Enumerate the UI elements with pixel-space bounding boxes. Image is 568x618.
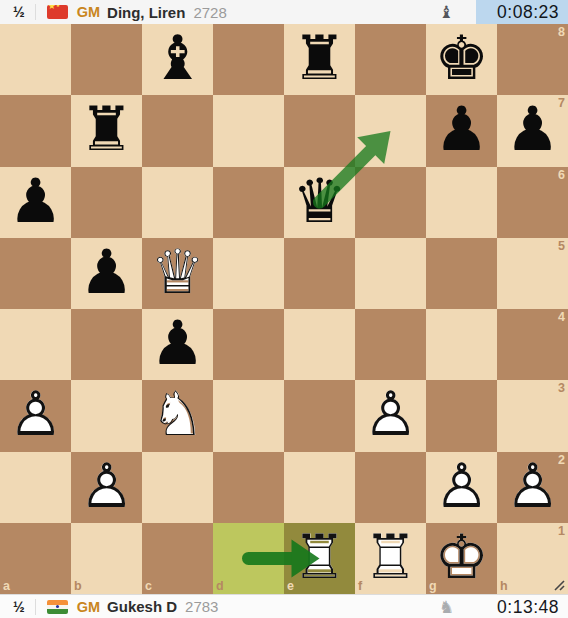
piece-white-pawn-b2[interactable]: ♟♙ <box>71 452 142 523</box>
square-e4[interactable] <box>284 309 355 380</box>
square-e1[interactable]: e♜♖ <box>284 523 355 594</box>
chess-board: ♝♜♚8♜♟7♟♟♛6♟♛♕5♟4♟♙♞♘♟♙3♟♙♟♙2♟♙abcde♜♖f♜… <box>0 24 568 594</box>
piece-body: ♜ <box>284 22 355 93</box>
square-c1[interactable]: c <box>142 523 213 594</box>
piece-white-pawn-g2[interactable]: ♟♙ <box>426 452 497 523</box>
top-player-clock: 0:08:23 <box>476 0 568 24</box>
file-label-h: h <box>500 580 508 593</box>
file-label-a: a <box>3 580 10 593</box>
score-separator <box>35 599 36 615</box>
piece-white-pawn-h2[interactable]: ♟♙ <box>497 452 568 523</box>
bottom-player-bar: ½ GM Gukesh D 2783 ♞ 0:13:48 <box>0 594 568 618</box>
piece-outline: ♔ <box>426 521 497 592</box>
square-e8[interactable]: ♜ <box>284 24 355 95</box>
square-e7[interactable] <box>284 95 355 166</box>
piece-body: ♝ <box>142 22 213 93</box>
piece-black-bishop-c8[interactable]: ♝ <box>142 24 213 95</box>
flag-star: ★ <box>48 5 56 11</box>
piece-white-king-g1[interactable]: ♚♔ <box>426 523 497 594</box>
piece-outline: ♕ <box>142 236 213 307</box>
piece-black-pawn-c4[interactable]: ♟ <box>142 309 213 380</box>
piece-outline: ♙ <box>71 450 142 521</box>
bottom-player-clock: 0:13:48 <box>476 595 568 618</box>
piece-body: ♛ <box>284 165 355 236</box>
piece-outline: ♖ <box>284 521 355 592</box>
square-b8[interactable] <box>71 24 142 95</box>
piece-outline: ♙ <box>355 378 426 449</box>
rank-label-8: 8 <box>558 26 565 39</box>
piece-black-pawn-h7[interactable]: ♟ <box>497 95 568 166</box>
square-b5[interactable]: ♟ <box>71 238 142 309</box>
piece-black-pawn-a6[interactable]: ♟ <box>0 167 71 238</box>
square-b2[interactable]: ♟♙ <box>71 452 142 523</box>
top-player-bar: ½ ★★ GM Ding, Liren 2728 ♝ 0:08:23 <box>0 0 568 24</box>
top-player-rating: 2728 <box>193 4 226 21</box>
bottom-player-name: Gukesh D <box>107 598 177 615</box>
piece-black-queen-e6[interactable]: ♛ <box>284 167 355 238</box>
square-a8[interactable] <box>0 24 71 95</box>
file-label-b: b <box>74 580 82 593</box>
square-f5[interactable] <box>355 238 426 309</box>
square-f1[interactable]: f♜♖ <box>355 523 426 594</box>
bishop-icon: ♝ <box>439 0 454 24</box>
piece-black-rook-e8[interactable]: ♜ <box>284 24 355 95</box>
top-player-score: ½ <box>0 4 35 20</box>
file-label-d: d <box>216 580 224 593</box>
square-g4[interactable] <box>426 309 497 380</box>
rank-label-1: 1 <box>558 525 565 538</box>
square-e2[interactable] <box>284 452 355 523</box>
square-d6[interactable] <box>213 167 284 238</box>
piece-black-pawn-g7[interactable]: ♟ <box>426 95 497 166</box>
piece-black-king-g8[interactable]: ♚ <box>426 24 497 95</box>
piece-body: ♟ <box>0 165 71 236</box>
square-b6[interactable] <box>71 167 142 238</box>
rank-label-3: 3 <box>558 382 565 395</box>
square-d8[interactable] <box>213 24 284 95</box>
square-c2[interactable] <box>142 452 213 523</box>
piece-black-rook-b7[interactable]: ♜ <box>71 95 142 166</box>
square-c6[interactable] <box>142 167 213 238</box>
square-b1[interactable]: b <box>71 523 142 594</box>
square-b7[interactable]: ♜ <box>71 95 142 166</box>
knight-icon: ♞ <box>439 595 454 618</box>
square-g1[interactable]: g♚♔ <box>426 523 497 594</box>
top-player-title: GM <box>77 4 100 20</box>
square-g2[interactable]: ♟♙ <box>426 452 497 523</box>
piece-white-knight-c3[interactable]: ♞♘ <box>142 380 213 451</box>
square-d3[interactable] <box>213 380 284 451</box>
piece-body: ♟ <box>426 93 497 164</box>
square-a1[interactable]: a <box>0 523 71 594</box>
piece-white-queen-c5[interactable]: ♛♕ <box>142 238 213 309</box>
china-flag-icon: ★★ <box>47 5 68 19</box>
flag-chakra <box>56 605 59 608</box>
square-g5[interactable] <box>426 238 497 309</box>
piece-outline: ♙ <box>426 450 497 521</box>
square-c8[interactable]: ♝ <box>142 24 213 95</box>
square-h6[interactable]: 6 <box>497 167 568 238</box>
chess-broadcast-widget: ½ ★★ GM Ding, Liren 2728 ♝ 0:08:23 ♝♜♚8♜… <box>0 0 568 618</box>
piece-white-rook-e1[interactable]: ♜♖ <box>284 523 355 594</box>
square-d7[interactable] <box>213 95 284 166</box>
square-c3[interactable]: ♞♘ <box>142 380 213 451</box>
square-g6[interactable] <box>426 167 497 238</box>
square-d2[interactable] <box>213 452 284 523</box>
square-h4[interactable]: 4 <box>497 309 568 380</box>
piece-outline: ♙ <box>0 378 71 449</box>
square-f2[interactable] <box>355 452 426 523</box>
square-a2[interactable] <box>0 452 71 523</box>
square-h3[interactable]: 3 <box>497 380 568 451</box>
square-a4[interactable] <box>0 309 71 380</box>
square-e5[interactable] <box>284 238 355 309</box>
square-g8[interactable]: ♚ <box>426 24 497 95</box>
square-a5[interactable] <box>0 238 71 309</box>
square-f7[interactable] <box>355 95 426 166</box>
rank-label-5: 5 <box>558 240 565 253</box>
score-separator <box>35 4 36 20</box>
piece-body: ♜ <box>71 93 142 164</box>
square-c7[interactable] <box>142 95 213 166</box>
square-f8[interactable] <box>355 24 426 95</box>
square-d4[interactable] <box>213 309 284 380</box>
square-b4[interactable] <box>71 309 142 380</box>
board-grid: ♝♜♚8♜♟7♟♟♛6♟♛♕5♟4♟♙♞♘♟♙3♟♙♟♙2♟♙abcde♜♖f♜… <box>0 24 568 594</box>
india-flag-icon <box>47 600 68 614</box>
square-c5[interactable]: ♛♕ <box>142 238 213 309</box>
bottom-player-title: GM <box>77 599 100 615</box>
square-g3[interactable] <box>426 380 497 451</box>
square-a6[interactable]: ♟ <box>0 167 71 238</box>
piece-white-pawn-a3[interactable]: ♟♙ <box>0 380 71 451</box>
square-h2[interactable]: 2♟♙ <box>497 452 568 523</box>
piece-black-pawn-b5[interactable]: ♟ <box>71 238 142 309</box>
resize-handle[interactable] <box>552 578 566 592</box>
piece-body: ♟ <box>71 236 142 307</box>
square-a3[interactable]: ♟♙ <box>0 380 71 451</box>
piece-outline: ♘ <box>142 378 213 449</box>
piece-body: ♟ <box>497 93 568 164</box>
bottom-player-score: ½ <box>0 599 35 615</box>
bottom-player-rating: 2783 <box>185 598 218 615</box>
square-d1[interactable]: d <box>213 523 284 594</box>
piece-white-rook-f1[interactable]: ♜♖ <box>355 523 426 594</box>
square-e3[interactable] <box>284 380 355 451</box>
top-player-name: Ding, Liren <box>107 4 185 21</box>
piece-outline: ♙ <box>497 450 568 521</box>
rank-label-4: 4 <box>558 311 565 324</box>
square-f6[interactable] <box>355 167 426 238</box>
square-h5[interactable]: 5 <box>497 238 568 309</box>
piece-body: ♟ <box>142 307 213 378</box>
square-b3[interactable] <box>71 380 142 451</box>
flag-small-star: ★ <box>56 5 60 8</box>
square-a7[interactable] <box>0 95 71 166</box>
square-f4[interactable] <box>355 309 426 380</box>
piece-body: ♚ <box>426 22 497 93</box>
square-e6[interactable]: ♛ <box>284 167 355 238</box>
file-label-c: c <box>145 580 152 593</box>
square-c4[interactable]: ♟ <box>142 309 213 380</box>
square-f3[interactable]: ♟♙ <box>355 380 426 451</box>
square-g7[interactable]: ♟ <box>426 95 497 166</box>
piece-outline: ♖ <box>355 521 426 592</box>
rank-label-6: 6 <box>558 169 565 182</box>
piece-white-pawn-f3[interactable]: ♟♙ <box>355 380 426 451</box>
square-h8[interactable]: 8 <box>497 24 568 95</box>
square-d5[interactable] <box>213 238 284 309</box>
square-h7[interactable]: 7♟ <box>497 95 568 166</box>
